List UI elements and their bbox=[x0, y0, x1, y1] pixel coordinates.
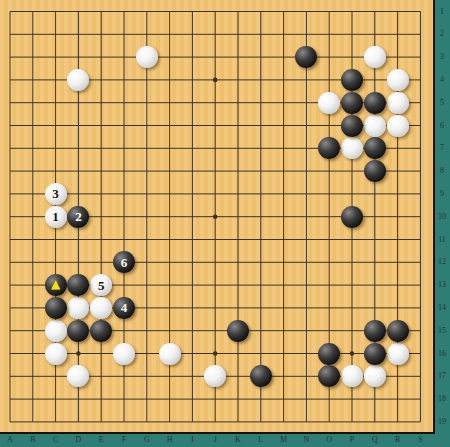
row-label-5: 5 bbox=[440, 99, 444, 107]
column-label-E: E bbox=[99, 436, 104, 444]
stone-black-Q16 bbox=[364, 343, 386, 365]
column-label-S: S bbox=[418, 436, 422, 444]
row-label-18: 18 bbox=[438, 395, 446, 403]
stone-black-C13: ▲ bbox=[45, 274, 67, 296]
stone-white-H16 bbox=[159, 343, 181, 365]
row-label-13: 13 bbox=[438, 281, 446, 289]
go-board[interactable]: 31526▲4 bbox=[0, 0, 435, 434]
column-label-A: A bbox=[7, 436, 13, 444]
stone-white-F16 bbox=[113, 343, 135, 365]
column-label-R: R bbox=[395, 436, 400, 444]
stone-black-F14: 4 bbox=[113, 297, 135, 319]
stone-black-Q8 bbox=[364, 160, 386, 182]
row-label-2: 2 bbox=[440, 30, 444, 38]
stone-black-P6 bbox=[341, 115, 363, 137]
move-number: 2 bbox=[75, 210, 82, 223]
row-label-1: 1 bbox=[440, 8, 444, 16]
column-label-K: K bbox=[235, 436, 241, 444]
stone-black-C14 bbox=[45, 297, 67, 319]
star-point bbox=[76, 351, 81, 356]
column-label-N: N bbox=[304, 436, 310, 444]
stone-white-C10: 1 bbox=[45, 206, 67, 228]
stone-white-R5 bbox=[387, 92, 409, 114]
row-label-9: 9 bbox=[440, 190, 444, 198]
stone-white-G3 bbox=[136, 46, 158, 68]
go-diagram: 31526▲4 12345678910111213141516171819 AB… bbox=[0, 0, 450, 447]
stone-black-Q5 bbox=[364, 92, 386, 114]
row-label-3: 3 bbox=[440, 53, 444, 61]
column-label-I: I bbox=[191, 436, 194, 444]
stone-white-R6 bbox=[387, 115, 409, 137]
stone-white-Q6 bbox=[364, 115, 386, 137]
stone-black-L17 bbox=[250, 365, 272, 387]
star-point bbox=[213, 214, 218, 219]
stone-white-R4 bbox=[387, 69, 409, 91]
stone-black-E15 bbox=[90, 320, 112, 342]
column-label-D: D bbox=[76, 436, 82, 444]
stone-white-Q3 bbox=[364, 46, 386, 68]
move-number: 1 bbox=[52, 210, 59, 223]
column-label-J: J bbox=[214, 436, 217, 444]
column-label-C: C bbox=[53, 436, 58, 444]
row-label-6: 6 bbox=[440, 122, 444, 130]
row-label-8: 8 bbox=[440, 167, 444, 175]
stone-black-K15 bbox=[227, 320, 249, 342]
stone-white-R16 bbox=[387, 343, 409, 365]
row-label-14: 14 bbox=[438, 304, 446, 312]
row-label-4: 4 bbox=[440, 76, 444, 84]
column-label-B: B bbox=[30, 436, 35, 444]
row-label-11: 11 bbox=[438, 236, 446, 244]
column-label-L: L bbox=[258, 436, 263, 444]
stone-black-P4 bbox=[341, 69, 363, 91]
star-point bbox=[213, 351, 218, 356]
column-label-P: P bbox=[350, 436, 354, 444]
stone-black-O16 bbox=[318, 343, 340, 365]
column-label-H: H bbox=[167, 436, 173, 444]
stone-black-D15 bbox=[67, 320, 89, 342]
stone-white-C16 bbox=[45, 343, 67, 365]
stone-white-Q17 bbox=[364, 365, 386, 387]
row-label-19: 19 bbox=[438, 418, 446, 426]
row-label-16: 16 bbox=[438, 350, 446, 358]
move-number: 3 bbox=[52, 187, 59, 200]
stone-black-D10: 2 bbox=[67, 206, 89, 228]
row-label-10: 10 bbox=[438, 213, 446, 221]
stone-white-C9: 3 bbox=[45, 183, 67, 205]
stone-black-P5 bbox=[341, 92, 363, 114]
stone-black-Q7 bbox=[364, 137, 386, 159]
move-number: 5 bbox=[98, 279, 105, 292]
stone-white-O5 bbox=[318, 92, 340, 114]
column-label-G: G bbox=[144, 436, 150, 444]
stone-black-Q15 bbox=[364, 320, 386, 342]
move-number: 6 bbox=[121, 256, 128, 269]
column-label-Q: Q bbox=[372, 436, 378, 444]
column-label-M: M bbox=[280, 436, 287, 444]
move-number: 4 bbox=[121, 301, 128, 314]
row-label-12: 12 bbox=[438, 258, 446, 266]
column-label-O: O bbox=[326, 436, 332, 444]
row-label-17: 17 bbox=[438, 372, 446, 380]
star-point bbox=[350, 351, 355, 356]
stone-black-R15 bbox=[387, 320, 409, 342]
stone-white-C15 bbox=[45, 320, 67, 342]
row-label-7: 7 bbox=[440, 144, 444, 152]
stone-black-P10 bbox=[341, 206, 363, 228]
star-point bbox=[213, 78, 218, 83]
triangle-marker-icon: ▲ bbox=[51, 278, 60, 290]
column-label-F: F bbox=[122, 436, 126, 444]
row-label-15: 15 bbox=[438, 327, 446, 335]
stone-white-E14 bbox=[90, 297, 112, 319]
